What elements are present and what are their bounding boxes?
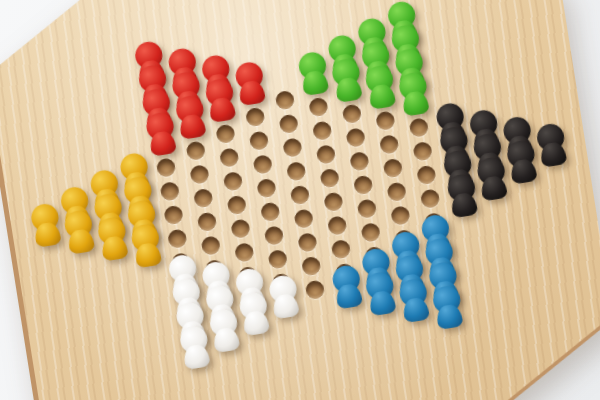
white-peg[interactable] — [266, 274, 302, 320]
hole[interactable] — [349, 151, 370, 172]
hole[interactable] — [290, 185, 311, 206]
hole[interactable] — [297, 232, 318, 253]
green-peg[interactable] — [329, 57, 365, 103]
hole[interactable] — [249, 130, 270, 151]
chinese-checkers-board — [0, 0, 600, 400]
hole[interactable] — [357, 198, 378, 219]
white-peg[interactable] — [176, 324, 212, 370]
hole[interactable] — [383, 158, 404, 179]
hole[interactable] — [360, 222, 381, 243]
hole[interactable] — [230, 218, 251, 239]
hole[interactable] — [308, 97, 329, 118]
hole[interactable] — [409, 117, 430, 138]
hole[interactable] — [301, 256, 322, 277]
hole[interactable] — [353, 175, 374, 196]
hole[interactable] — [312, 120, 333, 141]
black-peg[interactable] — [444, 172, 480, 218]
hole[interactable] — [345, 127, 366, 148]
hole[interactable] — [319, 168, 340, 189]
hole[interactable] — [390, 205, 411, 226]
hole[interactable] — [223, 171, 244, 192]
white-peg[interactable] — [206, 307, 242, 353]
blue-peg[interactable] — [329, 264, 365, 310]
red-peg[interactable] — [143, 111, 179, 157]
hole[interactable] — [201, 235, 222, 256]
hole[interactable] — [185, 140, 206, 161]
hole[interactable] — [420, 188, 441, 209]
hole-grid — [0, 0, 600, 400]
hole[interactable] — [412, 141, 433, 162]
hole[interactable] — [160, 181, 181, 202]
blue-peg[interactable] — [362, 270, 398, 316]
hole[interactable] — [197, 212, 218, 233]
hole[interactable] — [275, 90, 296, 111]
yellow-peg[interactable] — [94, 216, 130, 262]
hole[interactable] — [234, 242, 255, 263]
hole[interactable] — [267, 249, 288, 270]
yellow-peg[interactable] — [128, 223, 164, 269]
hole[interactable] — [327, 215, 348, 236]
green-peg[interactable] — [362, 64, 398, 110]
black-peg[interactable] — [474, 156, 510, 202]
hole[interactable] — [167, 228, 188, 249]
hole[interactable] — [282, 137, 303, 158]
hole[interactable] — [286, 161, 307, 182]
hole[interactable] — [316, 144, 337, 165]
hole[interactable] — [245, 107, 266, 128]
hole[interactable] — [375, 110, 396, 131]
red-peg[interactable] — [232, 60, 268, 106]
hole[interactable] — [416, 165, 437, 186]
hole[interactable] — [189, 164, 210, 185]
hole[interactable] — [260, 202, 281, 223]
hole[interactable] — [342, 104, 363, 125]
green-peg[interactable] — [395, 71, 431, 117]
hole[interactable] — [163, 205, 184, 226]
yellow-peg[interactable] — [27, 202, 63, 248]
black-peg[interactable] — [533, 122, 569, 168]
hole[interactable] — [323, 192, 344, 213]
hole[interactable] — [331, 239, 352, 260]
hole[interactable] — [193, 188, 214, 209]
hole[interactable] — [219, 147, 240, 168]
red-peg[interactable] — [172, 94, 208, 140]
blue-peg[interactable] — [429, 284, 465, 330]
hole[interactable] — [256, 178, 277, 199]
hole[interactable] — [305, 280, 326, 301]
hole[interactable] — [156, 157, 177, 178]
yellow-peg[interactable] — [61, 209, 97, 255]
red-peg[interactable] — [202, 77, 238, 123]
hole[interactable] — [386, 182, 407, 203]
green-peg[interactable] — [295, 50, 331, 96]
hole[interactable] — [293, 208, 314, 229]
white-peg[interactable] — [236, 290, 272, 336]
hole[interactable] — [252, 154, 273, 175]
black-peg[interactable] — [503, 139, 539, 185]
photo-canvas — [0, 0, 600, 400]
hole[interactable] — [278, 114, 299, 135]
hole[interactable] — [379, 134, 400, 155]
hole[interactable] — [215, 124, 236, 145]
hole[interactable] — [264, 225, 285, 246]
hole[interactable] — [226, 195, 247, 216]
blue-peg[interactable] — [396, 277, 432, 323]
